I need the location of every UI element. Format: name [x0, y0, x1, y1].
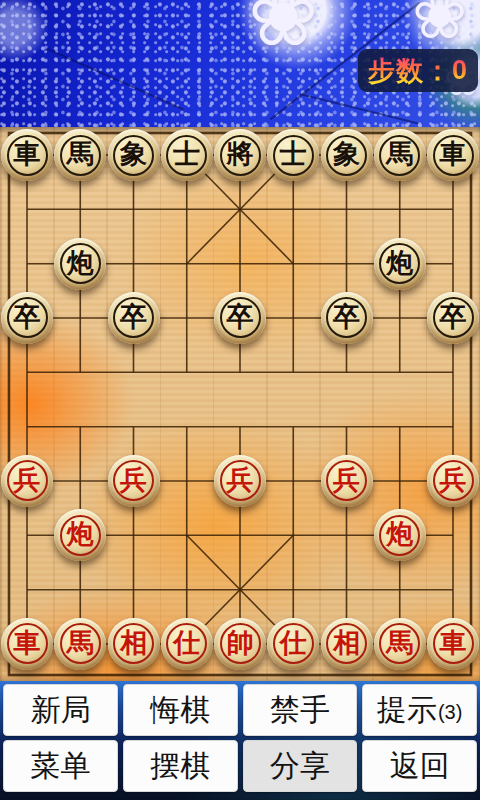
- move-counter-value: 0: [452, 55, 468, 86]
- piece-black-soldier[interactable]: 卒: [321, 292, 373, 344]
- piece-glyph: 象: [120, 141, 147, 168]
- piece-red-soldier[interactable]: 兵: [1, 455, 53, 507]
- piece-ring: 仕: [166, 623, 207, 664]
- piece-ring: 馬: [60, 623, 101, 664]
- piece-ring: 馬: [60, 135, 101, 176]
- xiangqi-board[interactable]: 車馬象士將士象馬車炮炮卒卒卒卒卒兵兵兵兵兵炮炮車馬相仕帥仕相馬車: [0, 127, 480, 681]
- undo-label: 悔棋: [150, 695, 210, 725]
- piece-glyph: 車: [440, 141, 467, 168]
- piece-ring: 兵: [326, 460, 367, 501]
- move-counter-label: 步数：: [368, 53, 452, 89]
- piece-glyph: 馬: [67, 630, 94, 657]
- piece-red-advisor[interactable]: 仕: [161, 618, 213, 670]
- piece-glyph: 車: [440, 630, 467, 657]
- piece-black-elephant[interactable]: 象: [321, 129, 373, 181]
- piece-ring: 車: [433, 135, 474, 176]
- piece-ring: 仕: [273, 623, 314, 664]
- piece-glyph: 炮: [67, 521, 94, 548]
- piece-ring: 將: [220, 135, 261, 176]
- back-label: 返回: [390, 751, 450, 781]
- piece-ring: 士: [273, 135, 314, 176]
- piece-red-soldier[interactable]: 兵: [321, 455, 373, 507]
- piece-ring: 炮: [60, 243, 101, 284]
- piece-glyph: 車: [14, 141, 41, 168]
- piece-ring: 卒: [113, 297, 154, 338]
- move-counter-badge: 步数：0: [358, 49, 478, 92]
- piece-glyph: 馬: [67, 141, 94, 168]
- menu-label: 菜单: [30, 751, 90, 781]
- board-grid: [0, 127, 480, 681]
- share-button[interactable]: 分享: [243, 740, 358, 792]
- piece-glyph: 卒: [14, 304, 41, 331]
- piece-black-advisor[interactable]: 士: [267, 129, 319, 181]
- hint-label: 提示: [377, 695, 437, 725]
- piece-glyph: 兵: [333, 467, 360, 494]
- control-panel: 新局 悔棋 禁手 提示(3) 菜单 摆棋 分享 返回: [0, 681, 480, 800]
- piece-glyph: 馬: [386, 141, 413, 168]
- piece-black-cannon[interactable]: 炮: [54, 238, 106, 290]
- forbidden-move-button[interactable]: 禁手: [243, 684, 358, 736]
- piece-black-soldier[interactable]: 卒: [1, 292, 53, 344]
- piece-glyph: 馬: [386, 630, 413, 657]
- piece-glyph: 炮: [386, 250, 413, 277]
- piece-glyph: 車: [14, 630, 41, 657]
- piece-black-soldier[interactable]: 卒: [108, 292, 160, 344]
- piece-ring: 象: [326, 135, 367, 176]
- piece-red-elephant[interactable]: 相: [321, 618, 373, 670]
- piece-glyph: 仕: [173, 630, 200, 657]
- piece-red-horse[interactable]: 馬: [54, 618, 106, 670]
- piece-red-chariot[interactable]: 車: [1, 618, 53, 670]
- flower-icon: ❀: [412, 0, 467, 48]
- hint-count: (3): [438, 702, 462, 722]
- piece-glyph: 卒: [333, 304, 360, 331]
- piece-ring: 馬: [379, 135, 420, 176]
- piece-glyph: 卒: [440, 304, 467, 331]
- setup-board-button[interactable]: 摆棋: [123, 740, 238, 792]
- piece-glyph: 兵: [227, 467, 254, 494]
- new-game-button[interactable]: 新局: [3, 684, 118, 736]
- piece-glyph: 相: [120, 630, 147, 657]
- piece-glyph: 士: [173, 141, 200, 168]
- piece-ring: 炮: [379, 515, 420, 556]
- xiangqi-app-screen: ❀ ❀ ❀ 步数：0: [0, 0, 480, 800]
- piece-ring: 士: [166, 135, 207, 176]
- piece-red-horse[interactable]: 馬: [374, 618, 426, 670]
- piece-ring: 車: [433, 623, 474, 664]
- forbidden-move-label: 禁手: [270, 695, 330, 725]
- piece-ring: 炮: [379, 243, 420, 284]
- piece-black-soldier[interactable]: 卒: [214, 292, 266, 344]
- piece-glyph: 將: [227, 141, 254, 168]
- piece-black-elephant[interactable]: 象: [108, 129, 160, 181]
- piece-red-general[interactable]: 帥: [214, 618, 266, 670]
- piece-ring: 帥: [220, 623, 261, 664]
- setup-board-label: 摆棋: [150, 751, 210, 781]
- piece-red-soldier[interactable]: 兵: [214, 455, 266, 507]
- back-button[interactable]: 返回: [362, 740, 477, 792]
- piece-ring: 炮: [60, 515, 101, 556]
- piece-ring: 車: [7, 623, 48, 664]
- piece-ring: 兵: [433, 460, 474, 501]
- top-banner: ❀ ❀ ❀ 步数：0: [0, 0, 480, 127]
- piece-ring: 象: [113, 135, 154, 176]
- piece-ring: 相: [326, 623, 367, 664]
- piece-red-soldier[interactable]: 兵: [427, 455, 479, 507]
- piece-red-cannon[interactable]: 炮: [374, 509, 426, 561]
- piece-black-horse[interactable]: 馬: [374, 129, 426, 181]
- piece-glyph: 炮: [386, 521, 413, 548]
- piece-red-chariot[interactable]: 車: [427, 618, 479, 670]
- hint-button[interactable]: 提示(3): [362, 684, 477, 736]
- piece-ring: 車: [7, 135, 48, 176]
- piece-black-advisor[interactable]: 士: [161, 129, 213, 181]
- piece-red-advisor[interactable]: 仕: [267, 618, 319, 670]
- piece-glyph: 炮: [67, 250, 94, 277]
- menu-button[interactable]: 菜单: [3, 740, 118, 792]
- piece-ring: 相: [113, 623, 154, 664]
- piece-glyph: 卒: [227, 304, 254, 331]
- piece-black-chariot[interactable]: 車: [427, 129, 479, 181]
- piece-ring: 兵: [220, 460, 261, 501]
- piece-glyph: 仕: [280, 630, 307, 657]
- piece-glyph: 卒: [120, 304, 147, 331]
- piece-ring: 卒: [326, 297, 367, 338]
- piece-glyph: 象: [333, 141, 360, 168]
- piece-ring: 卒: [220, 297, 261, 338]
- piece-glyph: 士: [280, 141, 307, 168]
- piece-ring: 卒: [433, 297, 474, 338]
- piece-ring: 卒: [7, 297, 48, 338]
- piece-red-elephant[interactable]: 相: [108, 618, 160, 670]
- piece-glyph: 兵: [14, 467, 41, 494]
- piece-black-chariot[interactable]: 車: [1, 129, 53, 181]
- new-game-label: 新局: [30, 695, 90, 725]
- piece-black-horse[interactable]: 馬: [54, 129, 106, 181]
- piece-black-soldier[interactable]: 卒: [427, 292, 479, 344]
- piece-glyph: 兵: [120, 467, 147, 494]
- undo-button[interactable]: 悔棋: [123, 684, 238, 736]
- piece-black-cannon[interactable]: 炮: [374, 238, 426, 290]
- piece-red-soldier[interactable]: 兵: [108, 455, 160, 507]
- piece-glyph: 相: [333, 630, 360, 657]
- piece-black-general[interactable]: 將: [214, 129, 266, 181]
- piece-glyph: 帥: [227, 630, 254, 657]
- piece-glyph: 兵: [440, 467, 467, 494]
- piece-ring: 兵: [7, 460, 48, 501]
- piece-ring: 馬: [379, 623, 420, 664]
- piece-ring: 兵: [113, 460, 154, 501]
- flower-icon: ❀: [248, 0, 318, 58]
- share-label: 分享: [270, 751, 330, 781]
